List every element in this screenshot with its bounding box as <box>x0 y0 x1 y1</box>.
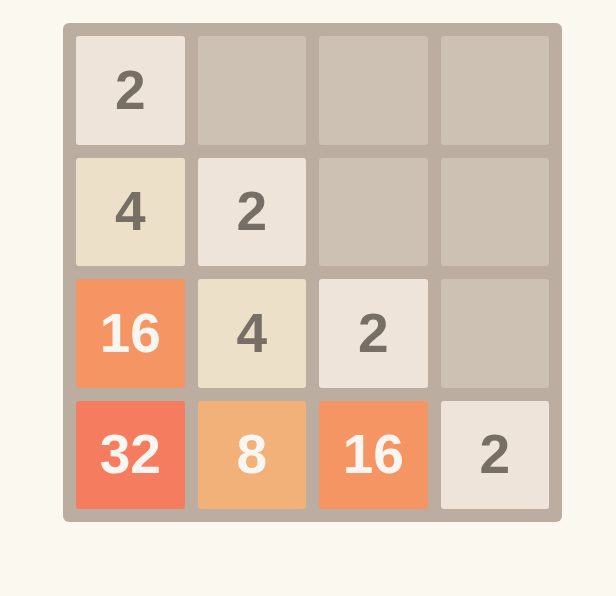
cell-r0-c1 <box>198 36 307 145</box>
cell-r1-c3 <box>441 158 550 267</box>
cell-r2-c0: 16 <box>76 279 185 388</box>
cell-r0-c2 <box>319 36 428 145</box>
page-background: { "game": "2048", "position": "2,0,0,0/4… <box>0 0 616 596</box>
cell-r2-c1: 4 <box>198 279 307 388</box>
cell-r3-c3: 2 <box>441 401 550 510</box>
cell-r3-c1: 8 <box>198 401 307 510</box>
cell-r0-c3 <box>441 36 550 145</box>
cell-r3-c2: 16 <box>319 401 428 510</box>
cell-r1-c0: 4 <box>76 158 185 267</box>
cell-r1-c2 <box>319 158 428 267</box>
cell-r2-c3 <box>441 279 550 388</box>
cell-r2-c2: 2 <box>319 279 428 388</box>
cell-r0-c0: 2 <box>76 36 185 145</box>
cell-r1-c1: 2 <box>198 158 307 267</box>
game-board: 2 4 2 16 4 2 32 8 16 2 <box>63 23 562 522</box>
cell-r3-c0: 32 <box>76 401 185 510</box>
